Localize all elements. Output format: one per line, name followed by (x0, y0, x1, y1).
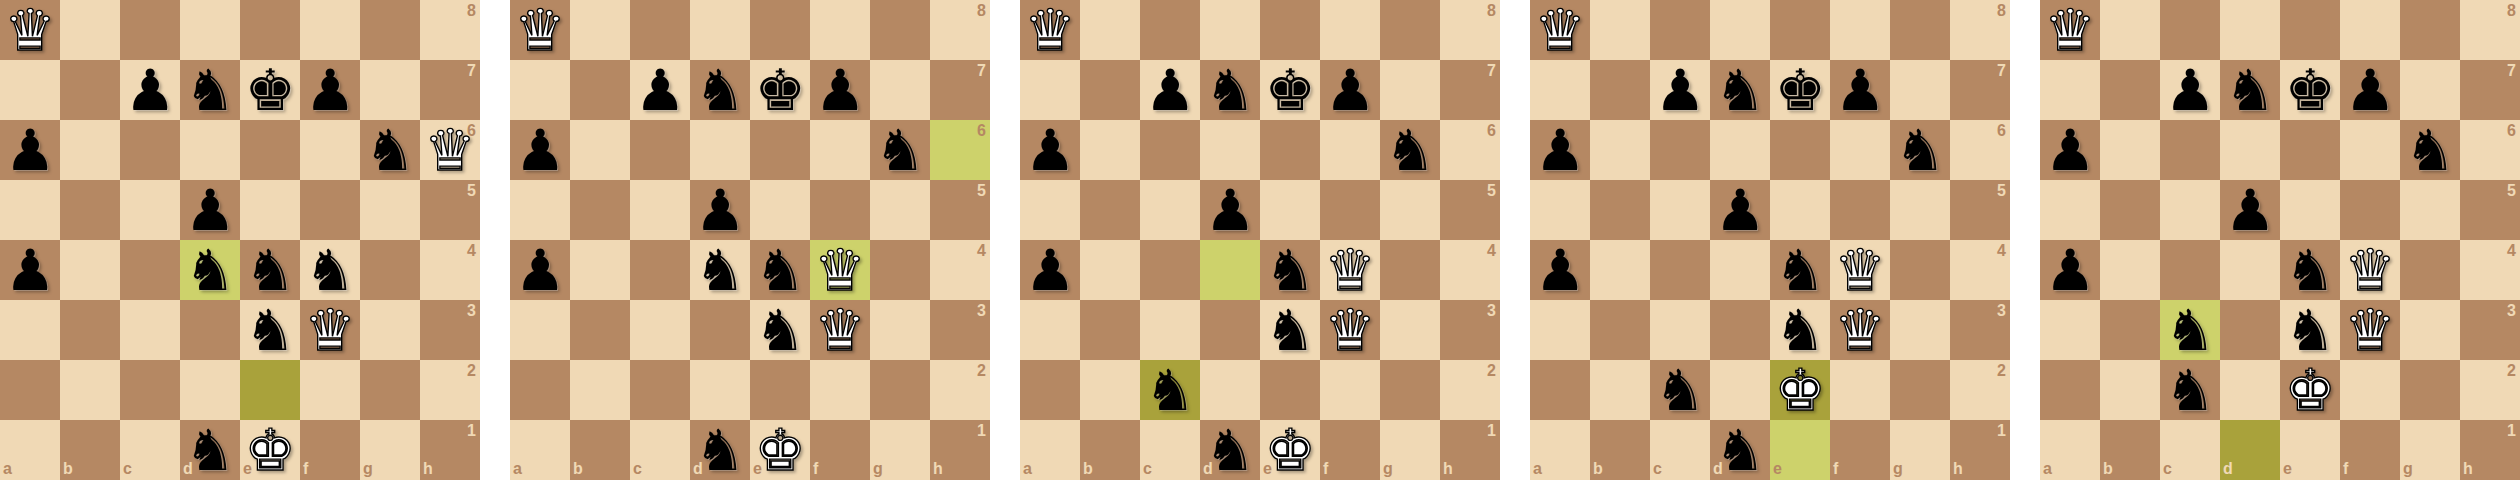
white-queen[interactable]: ♛ (304, 300, 355, 360)
square-a7[interactable] (0, 60, 60, 120)
square-d7[interactable]: ♞ (690, 60, 750, 120)
black-knight[interactable]: ♞ (184, 420, 235, 480)
square-a1[interactable]: a (0, 420, 60, 480)
square-b3[interactable] (2100, 300, 2160, 360)
white-queen[interactable]: ♛ (1324, 300, 1375, 360)
square-b2[interactable] (60, 360, 120, 420)
square-h2[interactable]: 2 (2460, 360, 2520, 420)
square-h3[interactable]: 3 (1950, 300, 2010, 360)
black-knight[interactable]: ♞ (1654, 360, 1705, 420)
black-pawn[interactable]: ♟ (1024, 120, 1075, 180)
square-f6[interactable] (2340, 120, 2400, 180)
square-d6[interactable] (2220, 120, 2280, 180)
square-g1[interactable]: g (2400, 420, 2460, 480)
black-knight[interactable]: ♞ (364, 120, 415, 180)
square-a2[interactable] (1020, 360, 1080, 420)
square-f6[interactable] (300, 120, 360, 180)
square-h7[interactable]: 7 (2460, 60, 2520, 120)
square-a8[interactable]: ♛ (2040, 0, 2100, 60)
square-h8[interactable]: 8 (930, 0, 990, 60)
white-queen[interactable]: ♛ (1534, 0, 1585, 60)
square-h4[interactable]: 4 (930, 240, 990, 300)
square-h3[interactable]: 3 (1440, 300, 1500, 360)
black-pawn[interactable]: ♟ (184, 180, 235, 240)
square-c2[interactable] (120, 360, 180, 420)
square-a4[interactable]: ♟ (1530, 240, 1590, 300)
white-king[interactable]: ♚ (2284, 360, 2335, 420)
square-e3[interactable]: ♞ (1770, 300, 1830, 360)
square-c1[interactable]: c (1140, 420, 1200, 480)
black-pawn[interactable]: ♟ (1534, 120, 1585, 180)
white-queen[interactable]: ♛ (4, 0, 55, 60)
square-a4[interactable]: ♟ (0, 240, 60, 300)
square-g3[interactable] (2400, 300, 2460, 360)
square-c1[interactable]: c (2160, 420, 2220, 480)
square-a2[interactable] (1530, 360, 1590, 420)
square-e5[interactable] (1260, 180, 1320, 240)
square-g3[interactable] (1380, 300, 1440, 360)
square-g7[interactable] (1380, 60, 1440, 120)
square-e4[interactable]: ♞ (750, 240, 810, 300)
square-c6[interactable] (2160, 120, 2220, 180)
square-a3[interactable] (510, 300, 570, 360)
square-h1[interactable]: h1 (930, 420, 990, 480)
square-g4[interactable] (2400, 240, 2460, 300)
black-knight[interactable]: ♞ (2164, 300, 2215, 360)
square-c3[interactable]: ♞ (2160, 300, 2220, 360)
square-b4[interactable] (1590, 240, 1650, 300)
black-knight[interactable]: ♞ (754, 240, 805, 300)
white-king[interactable]: ♚ (1264, 420, 1315, 480)
square-g6[interactable]: ♞ (2400, 120, 2460, 180)
square-d3[interactable] (1200, 300, 1260, 360)
square-e6[interactable] (1260, 120, 1320, 180)
black-knight[interactable]: ♞ (1714, 420, 1765, 480)
square-c5[interactable] (1650, 180, 1710, 240)
square-f1[interactable]: f (2340, 420, 2400, 480)
black-king[interactable]: ♚ (754, 60, 805, 120)
square-h8[interactable]: 8 (1440, 0, 1500, 60)
square-e5[interactable] (2280, 180, 2340, 240)
square-a7[interactable] (1020, 60, 1080, 120)
square-a8[interactable]: ♛ (1020, 0, 1080, 60)
square-g4[interactable] (870, 240, 930, 300)
square-d2[interactable] (690, 360, 750, 420)
white-queen[interactable]: ♛ (2344, 300, 2395, 360)
square-b2[interactable] (2100, 360, 2160, 420)
square-a6[interactable]: ♟ (510, 120, 570, 180)
black-pawn[interactable]: ♟ (2224, 180, 2275, 240)
square-h4[interactable]: 4 (1950, 240, 2010, 300)
square-h7[interactable]: 7 (1440, 60, 1500, 120)
square-e6[interactable] (240, 120, 300, 180)
square-b2[interactable] (570, 360, 630, 420)
square-b7[interactable] (1590, 60, 1650, 120)
square-a6[interactable]: ♟ (1020, 120, 1080, 180)
square-h5[interactable]: 5 (930, 180, 990, 240)
square-e1[interactable]: e (2280, 420, 2340, 480)
square-d8[interactable] (1200, 0, 1260, 60)
square-b4[interactable] (1080, 240, 1140, 300)
square-c4[interactable] (1140, 240, 1200, 300)
square-a3[interactable] (1530, 300, 1590, 360)
black-pawn[interactable]: ♟ (514, 240, 565, 300)
white-queen[interactable]: ♛ (2044, 0, 2095, 60)
square-e7[interactable]: ♚ (240, 60, 300, 120)
square-a3[interactable] (2040, 300, 2100, 360)
square-c7[interactable]: ♟ (120, 60, 180, 120)
square-b2[interactable] (1080, 360, 1140, 420)
square-d1[interactable]: d (2220, 420, 2280, 480)
white-king[interactable]: ♚ (1774, 360, 1825, 420)
black-king[interactable]: ♚ (244, 60, 295, 120)
square-a2[interactable] (0, 360, 60, 420)
square-c4[interactable] (120, 240, 180, 300)
square-g4[interactable] (1890, 240, 1950, 300)
square-b7[interactable] (2100, 60, 2160, 120)
square-d6[interactable] (180, 120, 240, 180)
black-pawn[interactable]: ♟ (814, 60, 865, 120)
square-c6[interactable] (1650, 120, 1710, 180)
square-c2[interactable]: ♞ (2160, 360, 2220, 420)
square-b2[interactable] (1590, 360, 1650, 420)
square-g7[interactable] (360, 60, 420, 120)
square-g5[interactable] (360, 180, 420, 240)
square-e7[interactable]: ♚ (1260, 60, 1320, 120)
square-b8[interactable] (2100, 0, 2160, 60)
black-knight[interactable]: ♞ (1264, 240, 1315, 300)
square-g2[interactable] (870, 360, 930, 420)
black-knight[interactable]: ♞ (304, 240, 355, 300)
square-f7[interactable]: ♟ (810, 60, 870, 120)
square-h7[interactable]: 7 (930, 60, 990, 120)
square-f6[interactable] (1320, 120, 1380, 180)
square-b8[interactable] (60, 0, 120, 60)
square-f2[interactable] (300, 360, 360, 420)
square-d5[interactable]: ♟ (1710, 180, 1770, 240)
square-d2[interactable] (1200, 360, 1260, 420)
square-f8[interactable] (1320, 0, 1380, 60)
black-knight[interactable]: ♞ (1714, 60, 1765, 120)
square-f3[interactable]: ♛ (2340, 300, 2400, 360)
square-b7[interactable] (60, 60, 120, 120)
square-b5[interactable] (1080, 180, 1140, 240)
black-pawn[interactable]: ♟ (4, 240, 55, 300)
square-d7[interactable]: ♞ (1200, 60, 1260, 120)
square-c2[interactable]: ♞ (1650, 360, 1710, 420)
square-h3[interactable]: 3 (930, 300, 990, 360)
black-knight[interactable]: ♞ (2164, 360, 2215, 420)
square-b1[interactable]: b (2100, 420, 2160, 480)
square-g2[interactable] (2400, 360, 2460, 420)
square-e3[interactable]: ♞ (1260, 300, 1320, 360)
square-c2[interactable]: ♞ (1140, 360, 1200, 420)
square-b8[interactable] (1590, 0, 1650, 60)
square-c6[interactable] (630, 120, 690, 180)
square-d8[interactable] (1710, 0, 1770, 60)
white-queen[interactable]: ♛ (814, 300, 865, 360)
black-pawn[interactable]: ♟ (1324, 60, 1375, 120)
square-f1[interactable]: f (1320, 420, 1380, 480)
square-b8[interactable] (1080, 0, 1140, 60)
square-c5[interactable] (2160, 180, 2220, 240)
square-h3[interactable]: 3 (420, 300, 480, 360)
square-e2[interactable]: ♚ (1770, 360, 1830, 420)
square-b5[interactable] (1590, 180, 1650, 240)
black-knight[interactable]: ♞ (2224, 60, 2275, 120)
square-b1[interactable]: b (1080, 420, 1140, 480)
square-d3[interactable] (690, 300, 750, 360)
square-f7[interactable]: ♟ (1320, 60, 1380, 120)
square-c3[interactable] (120, 300, 180, 360)
square-h1[interactable]: h1 (1440, 420, 1500, 480)
black-knight[interactable]: ♞ (1774, 300, 1825, 360)
square-g3[interactable] (870, 300, 930, 360)
square-d5[interactable]: ♟ (1200, 180, 1260, 240)
square-f8[interactable] (2340, 0, 2400, 60)
square-f6[interactable] (810, 120, 870, 180)
square-c7[interactable]: ♟ (630, 60, 690, 120)
square-e7[interactable]: ♚ (2280, 60, 2340, 120)
square-h8[interactable]: 8 (420, 0, 480, 60)
black-king[interactable]: ♚ (2284, 60, 2335, 120)
square-e2[interactable] (240, 360, 300, 420)
square-g8[interactable] (2400, 0, 2460, 60)
square-f3[interactable]: ♛ (1830, 300, 1890, 360)
black-pawn[interactable]: ♟ (1024, 240, 1075, 300)
square-a5[interactable] (510, 180, 570, 240)
square-g7[interactable] (2400, 60, 2460, 120)
square-h8[interactable]: 8 (1950, 0, 2010, 60)
square-h1[interactable]: h1 (420, 420, 480, 480)
square-e8[interactable] (2280, 0, 2340, 60)
square-b6[interactable] (2100, 120, 2160, 180)
square-g8[interactable] (870, 0, 930, 60)
square-f7[interactable]: ♟ (2340, 60, 2400, 120)
black-pawn[interactable]: ♟ (1834, 60, 1885, 120)
white-queen[interactable]: ♛ (514, 0, 565, 60)
square-b5[interactable] (570, 180, 630, 240)
square-b1[interactable]: b (1590, 420, 1650, 480)
square-b6[interactable] (1590, 120, 1650, 180)
square-c7[interactable]: ♟ (1650, 60, 1710, 120)
square-e3[interactable]: ♞ (750, 300, 810, 360)
black-pawn[interactable]: ♟ (124, 60, 175, 120)
square-h7[interactable]: 7 (420, 60, 480, 120)
square-c5[interactable] (120, 180, 180, 240)
square-g6[interactable]: ♞ (360, 120, 420, 180)
square-d5[interactable]: ♟ (690, 180, 750, 240)
square-e8[interactable] (240, 0, 300, 60)
square-f2[interactable] (1320, 360, 1380, 420)
square-e5[interactable] (1770, 180, 1830, 240)
square-f3[interactable]: ♛ (810, 300, 870, 360)
square-e6[interactable] (2280, 120, 2340, 180)
square-g1[interactable]: g (360, 420, 420, 480)
square-a5[interactable] (1020, 180, 1080, 240)
square-a6[interactable]: ♟ (1530, 120, 1590, 180)
square-a8[interactable]: ♛ (1530, 0, 1590, 60)
square-g2[interactable] (360, 360, 420, 420)
square-d3[interactable] (2220, 300, 2280, 360)
square-g8[interactable] (1380, 0, 1440, 60)
square-c5[interactable] (1140, 180, 1200, 240)
square-c4[interactable] (1650, 240, 1710, 300)
square-h6[interactable]: 6 (1440, 120, 1500, 180)
square-h8[interactable]: 8 (2460, 0, 2520, 60)
black-knight[interactable]: ♞ (1894, 120, 1945, 180)
square-a1[interactable]: a (1530, 420, 1590, 480)
square-g5[interactable] (1380, 180, 1440, 240)
square-h7[interactable]: 7 (1950, 60, 2010, 120)
square-d5[interactable]: ♟ (2220, 180, 2280, 240)
square-f3[interactable]: ♛ (1320, 300, 1380, 360)
square-g5[interactable] (870, 180, 930, 240)
square-g4[interactable] (360, 240, 420, 300)
square-h6[interactable]: 6 (2460, 120, 2520, 180)
square-g5[interactable] (1890, 180, 1950, 240)
square-d4[interactable] (1710, 240, 1770, 300)
square-d2[interactable] (2220, 360, 2280, 420)
square-e4[interactable]: ♞ (1770, 240, 1830, 300)
black-knight[interactable]: ♞ (244, 300, 295, 360)
square-c2[interactable] (630, 360, 690, 420)
square-e8[interactable] (1260, 0, 1320, 60)
square-c8[interactable] (630, 0, 690, 60)
square-c1[interactable]: c (630, 420, 690, 480)
white-queen[interactable]: ♛ (424, 120, 475, 180)
square-f2[interactable] (2340, 360, 2400, 420)
black-knight[interactable]: ♞ (1144, 360, 1195, 420)
square-e6[interactable] (1770, 120, 1830, 180)
black-pawn[interactable]: ♟ (634, 60, 685, 120)
square-c3[interactable] (1650, 300, 1710, 360)
black-pawn[interactable]: ♟ (1204, 180, 1255, 240)
square-c7[interactable]: ♟ (1140, 60, 1200, 120)
square-d6[interactable] (690, 120, 750, 180)
square-d2[interactable] (180, 360, 240, 420)
square-a7[interactable] (2040, 60, 2100, 120)
white-queen[interactable]: ♛ (1024, 0, 1075, 60)
square-d4[interactable]: ♞ (180, 240, 240, 300)
square-e2[interactable] (750, 360, 810, 420)
black-pawn[interactable]: ♟ (2044, 240, 2095, 300)
square-h6[interactable]: ♛6 (420, 120, 480, 180)
square-b6[interactable] (1080, 120, 1140, 180)
square-a1[interactable]: a (510, 420, 570, 480)
black-pawn[interactable]: ♟ (1534, 240, 1585, 300)
square-d5[interactable]: ♟ (180, 180, 240, 240)
square-h1[interactable]: h1 (2460, 420, 2520, 480)
square-a8[interactable]: ♛ (510, 0, 570, 60)
square-f8[interactable] (1830, 0, 1890, 60)
square-d6[interactable] (1710, 120, 1770, 180)
square-b6[interactable] (60, 120, 120, 180)
black-knight[interactable]: ♞ (1774, 240, 1825, 300)
square-c8[interactable] (120, 0, 180, 60)
square-a6[interactable]: ♟ (0, 120, 60, 180)
square-f7[interactable]: ♟ (1830, 60, 1890, 120)
square-h6[interactable]: 6 (930, 120, 990, 180)
square-g8[interactable] (360, 0, 420, 60)
square-a4[interactable]: ♟ (2040, 240, 2100, 300)
square-h5[interactable]: 5 (1950, 180, 2010, 240)
square-b4[interactable] (570, 240, 630, 300)
black-king[interactable]: ♚ (1264, 60, 1315, 120)
square-d8[interactable] (690, 0, 750, 60)
square-g1[interactable]: g (1890, 420, 1950, 480)
square-b3[interactable] (1080, 300, 1140, 360)
square-f4[interactable]: ♛ (2340, 240, 2400, 300)
square-h4[interactable]: 4 (420, 240, 480, 300)
square-d4[interactable] (1200, 240, 1260, 300)
square-d4[interactable]: ♞ (690, 240, 750, 300)
square-a8[interactable]: ♛ (0, 0, 60, 60)
square-a2[interactable] (510, 360, 570, 420)
square-a7[interactable] (510, 60, 570, 120)
square-g7[interactable] (1890, 60, 1950, 120)
square-b6[interactable] (570, 120, 630, 180)
black-king[interactable]: ♚ (1774, 60, 1825, 120)
square-g6[interactable]: ♞ (1890, 120, 1950, 180)
square-e8[interactable] (1770, 0, 1830, 60)
black-pawn[interactable]: ♟ (2344, 60, 2395, 120)
square-e5[interactable] (750, 180, 810, 240)
square-b5[interactable] (2100, 180, 2160, 240)
square-g3[interactable] (1890, 300, 1950, 360)
square-f2[interactable] (810, 360, 870, 420)
black-knight[interactable]: ♞ (1204, 420, 1255, 480)
square-c3[interactable] (1140, 300, 1200, 360)
square-d1[interactable]: ♞d (1710, 420, 1770, 480)
black-pawn[interactable]: ♟ (1654, 60, 1705, 120)
square-d3[interactable] (1710, 300, 1770, 360)
square-g6[interactable]: ♞ (1380, 120, 1440, 180)
square-e3[interactable]: ♞ (2280, 300, 2340, 360)
square-e5[interactable] (240, 180, 300, 240)
square-d4[interactable] (2220, 240, 2280, 300)
square-g6[interactable]: ♞ (870, 120, 930, 180)
square-d3[interactable] (180, 300, 240, 360)
square-e8[interactable] (750, 0, 810, 60)
square-f5[interactable] (300, 180, 360, 240)
square-d1[interactable]: ♞d (180, 420, 240, 480)
square-a3[interactable] (0, 300, 60, 360)
square-c5[interactable] (630, 180, 690, 240)
square-c7[interactable]: ♟ (2160, 60, 2220, 120)
white-queen[interactable]: ♛ (2344, 240, 2395, 300)
black-pawn[interactable]: ♟ (1144, 60, 1195, 120)
square-d7[interactable]: ♞ (180, 60, 240, 120)
square-e1[interactable]: ♚e (240, 420, 300, 480)
square-f5[interactable] (2340, 180, 2400, 240)
square-f2[interactable] (1830, 360, 1890, 420)
black-knight[interactable]: ♞ (1384, 120, 1435, 180)
square-g1[interactable]: g (1380, 420, 1440, 480)
square-f4[interactable]: ♛ (810, 240, 870, 300)
square-a5[interactable] (0, 180, 60, 240)
square-d8[interactable] (180, 0, 240, 60)
square-f4[interactable]: ♛ (1320, 240, 1380, 300)
square-d7[interactable]: ♞ (2220, 60, 2280, 120)
square-d1[interactable]: ♞d (690, 420, 750, 480)
square-c1[interactable]: c (1650, 420, 1710, 480)
square-h3[interactable]: 3 (2460, 300, 2520, 360)
square-a6[interactable]: ♟ (2040, 120, 2100, 180)
white-queen[interactable]: ♛ (814, 240, 865, 300)
square-f3[interactable]: ♛ (300, 300, 360, 360)
square-e4[interactable]: ♞ (240, 240, 300, 300)
